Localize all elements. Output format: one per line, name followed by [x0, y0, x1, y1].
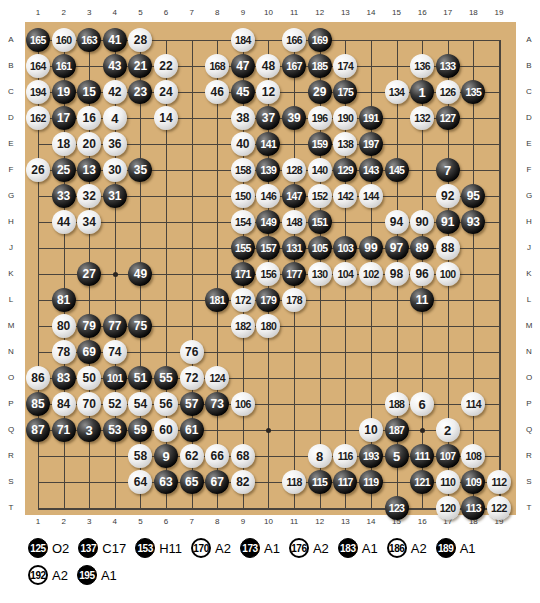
stone-number: 117 [338, 476, 353, 488]
stone-number: 75 [134, 319, 147, 333]
stone-white-56: 56 [154, 392, 178, 416]
row-label: M [3, 321, 19, 331]
board-point: 74 [102, 339, 128, 365]
row-label: B [3, 61, 19, 71]
stone-black-71: 71 [52, 418, 76, 442]
stone-white-124: 124 [205, 366, 229, 390]
stone-number: 89 [415, 241, 428, 255]
row-label: K [521, 269, 537, 279]
stone-white-18: 18 [52, 132, 76, 156]
stone-number: 91 [441, 215, 454, 229]
stone-black-157: 157 [256, 236, 280, 260]
stone-number: 17 [57, 111, 70, 125]
stone-number: 100 [440, 268, 456, 280]
stone-number: 175 [337, 86, 353, 98]
stone-number: 57 [185, 397, 198, 411]
stone-number: 22 [159, 59, 172, 73]
stone-number: 172 [235, 294, 251, 306]
stone-black-51: 51 [128, 366, 152, 390]
stone-white-24: 24 [154, 80, 178, 104]
stone-black-109: 109 [461, 470, 485, 494]
stone-number: 43 [108, 59, 121, 73]
row-label: R [3, 451, 19, 461]
stone-black-167: 167 [282, 54, 306, 78]
stone-white-118: 118 [282, 470, 306, 494]
board-point: 155 [230, 235, 256, 261]
board-point: 58 [128, 443, 154, 469]
board-point: 41 [102, 27, 128, 53]
stone-number: 90 [415, 215, 428, 229]
stone-black-127: 127 [436, 106, 460, 130]
stone-white-156: 156 [256, 262, 280, 286]
stone-black-81: 81 [52, 288, 76, 312]
stone-number: 196 [312, 112, 328, 124]
stone-number: 169 [312, 34, 328, 46]
caption-coordinate: A1 [460, 541, 476, 556]
board-point: 57 [179, 391, 205, 417]
stone-number: 178 [286, 294, 302, 306]
stone-number: 127 [440, 112, 456, 124]
stone-black-65: 65 [180, 470, 204, 494]
stone-number: 133 [440, 60, 456, 72]
caption-stone-186: 186 [387, 538, 407, 558]
row-label: R [521, 451, 537, 461]
col-label: 11 [284, 8, 304, 18]
stone-white-14: 14 [154, 106, 178, 130]
board-point: 127 [435, 105, 461, 131]
stone-number: 29 [313, 85, 326, 99]
board-point: 191 [358, 105, 384, 131]
stone-number: 116 [338, 450, 353, 462]
stone-white-26: 26 [26, 158, 50, 182]
caption-coordinate: O2 [52, 541, 69, 556]
stone-number: 32 [83, 189, 96, 203]
stone-number: 51 [134, 371, 147, 385]
board-point: 100 [435, 261, 461, 287]
stone-number: 166 [286, 34, 302, 46]
board-point: 179 [256, 287, 282, 313]
board-point: 17 [51, 105, 77, 131]
caption-item: 176A2 [289, 538, 329, 558]
row-label: F [3, 165, 19, 175]
caption-stone-153: 153 [135, 538, 155, 558]
caption-stone-125: 125 [28, 538, 48, 558]
stone-number: 85 [31, 397, 44, 411]
stone-number: 146 [261, 190, 277, 202]
stone-number: 190 [337, 112, 353, 124]
stone-black-197: 197 [359, 132, 383, 156]
stone-number: 174 [337, 60, 353, 72]
stone-number: 162 [30, 112, 46, 124]
stone-number: 46 [211, 85, 224, 99]
stone-number: 140 [312, 164, 328, 176]
caption-item: 192A2 [28, 565, 68, 585]
board-point: 102 [358, 261, 384, 287]
stone-white-70: 70 [77, 392, 101, 416]
row-label: N [521, 347, 537, 357]
stone-number: 147 [286, 190, 302, 202]
stone-black-41: 41 [103, 28, 127, 52]
board-point: 117 [333, 469, 359, 495]
board-point: 85 [25, 391, 51, 417]
stone-number: 139 [261, 164, 277, 176]
stone-white-134: 134 [385, 80, 409, 104]
stone-number: 25 [57, 163, 70, 177]
row-label: C [521, 87, 537, 97]
board-point: 23 [128, 79, 154, 105]
stone-number: 77 [108, 319, 121, 333]
stone-number: 94 [390, 215, 403, 229]
stone-white-66: 66 [205, 444, 229, 468]
stone-black-107: 107 [436, 444, 460, 468]
row-label: H [521, 217, 537, 227]
board-point: 16 [76, 105, 102, 131]
stone-black-57: 57 [180, 392, 204, 416]
caption-item: 189A1 [436, 538, 476, 558]
caption-coordinate: A1 [264, 541, 280, 556]
board-point: 82 [230, 469, 256, 495]
board-point: 76 [179, 339, 205, 365]
board-point: 138 [333, 131, 359, 157]
stone-white-190: 190 [333, 106, 357, 130]
stone-black-43: 43 [103, 54, 127, 78]
stone-black-93: 93 [461, 210, 485, 234]
stone-black-45: 45 [231, 80, 255, 104]
stone-number: 49 [134, 267, 147, 281]
board-point: 61 [179, 417, 205, 443]
stone-number: 182 [235, 320, 251, 332]
stone-number: 113 [466, 502, 481, 514]
board-point: 124 [204, 365, 230, 391]
stone-black-175: 175 [333, 80, 357, 104]
board-point: 141 [256, 131, 282, 157]
stone-white-32: 32 [77, 184, 101, 208]
board-point: 177 [281, 261, 307, 287]
stone-number: 5 [393, 449, 400, 464]
stone-number: 118 [287, 476, 302, 488]
stone-number: 70 [83, 397, 96, 411]
board-point: 166 [281, 27, 307, 53]
stone-white-76: 76 [180, 340, 204, 364]
board-point: 34 [76, 209, 102, 235]
stone-number: 58 [134, 449, 147, 463]
stone-number: 53 [108, 423, 121, 437]
board-point: 180 [256, 313, 282, 339]
stone-number: 106 [235, 398, 251, 410]
stone-number: 52 [108, 397, 121, 411]
stone-black-25: 25 [52, 158, 76, 182]
caption-coordinate: A2 [411, 541, 427, 556]
caption-item: 153H11 [135, 538, 182, 558]
stone-number: 86 [31, 371, 44, 385]
row-label: F [521, 165, 537, 175]
stone-black-165: 165 [26, 28, 50, 52]
board-point: 113 [461, 495, 487, 521]
row-label: O [521, 373, 537, 383]
stone-white-44: 44 [52, 210, 76, 234]
stone-number: 74 [108, 345, 121, 359]
stone-number: 24 [159, 85, 172, 99]
board-point: 99 [358, 235, 384, 261]
board-point: 128 [281, 157, 307, 183]
caption-item: 173A1 [240, 538, 280, 558]
stone-black-113: 113 [461, 496, 485, 520]
stone-black-11: 11 [410, 288, 434, 312]
stone-white-86: 86 [26, 366, 50, 390]
board-point: 108 [461, 443, 487, 469]
stone-number: 184 [235, 34, 251, 46]
stone-number: 101 [107, 372, 123, 384]
board-point: 93 [461, 209, 487, 235]
stone-white-116: 116 [333, 444, 357, 468]
board-point: 63 [153, 469, 179, 495]
stone-number: 35 [134, 163, 147, 177]
col-label: 5 [130, 8, 150, 18]
stone-black-39: 39 [282, 106, 306, 130]
stone-number: 61 [185, 423, 198, 437]
board-point: 53 [102, 417, 128, 443]
board-point: 164 [25, 53, 51, 79]
board-point: 59 [128, 417, 154, 443]
stone-white-80: 80 [52, 314, 76, 338]
board-point: 114 [461, 391, 487, 417]
stone-number: 9 [162, 449, 169, 464]
stone-number: 164 [30, 60, 46, 72]
stone-black-1: 1 [410, 80, 434, 104]
stone-white-166: 166 [282, 28, 306, 52]
stone-black-135: 135 [461, 80, 485, 104]
stone-number: 37 [262, 111, 275, 125]
stone-number: 157 [261, 242, 277, 254]
stone-number: 130 [312, 268, 328, 280]
stone-number: 161 [56, 60, 72, 72]
board-point: 104 [333, 261, 359, 287]
board-point: 81 [51, 287, 77, 313]
stone-number: 76 [185, 345, 198, 359]
stone-number: 150 [235, 190, 251, 202]
stone-number: 144 [363, 190, 379, 202]
stone-white-182: 182 [231, 314, 255, 338]
board-point: 121 [409, 469, 435, 495]
stone-number: 119 [363, 476, 378, 488]
stone-number: 149 [261, 216, 277, 228]
board-point: 67 [204, 469, 230, 495]
stone-number: 20 [83, 137, 96, 151]
stone-black-23: 23 [128, 80, 152, 104]
stone-black-89: 89 [410, 236, 434, 260]
stone-white-196: 196 [308, 106, 332, 130]
stone-number: 63 [159, 475, 172, 489]
stone-number: 31 [108, 189, 121, 203]
caption-item: 183A1 [338, 538, 378, 558]
stone-black-59: 59 [128, 418, 152, 442]
stone-white-142: 142 [333, 184, 357, 208]
stone-number: 120 [440, 502, 456, 514]
stone-white-100: 100 [436, 262, 460, 286]
stone-white-140: 140 [308, 158, 332, 182]
board-point: 40 [230, 131, 256, 157]
board-point: 182 [230, 313, 256, 339]
board-point: 188 [384, 391, 410, 417]
stone-white-96: 96 [410, 262, 434, 286]
stone-black-103: 103 [333, 236, 357, 260]
stone-black-185: 185 [308, 54, 332, 78]
board-point: 50 [76, 365, 102, 391]
stone-white-174: 174 [333, 54, 357, 78]
stone-white-136: 136 [410, 54, 434, 78]
board-point: 152 [307, 183, 333, 209]
stone-white-68: 68 [231, 444, 255, 468]
stone-number: 26 [31, 163, 44, 177]
stone-number: 80 [57, 319, 70, 333]
stone-white-74: 74 [103, 340, 127, 364]
row-label: B [521, 61, 537, 71]
stone-black-119: 119 [359, 470, 383, 494]
board-point: 145 [384, 157, 410, 183]
stone-number: 168 [209, 60, 225, 72]
stone-black-67: 67 [205, 470, 229, 494]
stone-black-123: 123 [385, 496, 409, 520]
board-point: 130 [307, 261, 333, 287]
stone-number: 129 [337, 164, 353, 176]
board-point: 39 [281, 105, 307, 131]
stone-white-144: 144 [359, 184, 383, 208]
board-point: 98 [384, 261, 410, 287]
board-point: 44 [51, 209, 77, 235]
stone-black-33: 33 [52, 184, 76, 208]
stone-black-145: 145 [385, 158, 409, 182]
stone-white-188: 188 [385, 392, 409, 416]
stone-number: 121 [414, 476, 430, 488]
caption-row: 125O2137C17153H11170A2173A1176A2183A1186… [28, 538, 528, 558]
board-point: 118 [281, 469, 307, 495]
stone-number: 128 [286, 164, 302, 176]
stone-white-138: 138 [333, 132, 357, 156]
stone-number: 69 [83, 345, 96, 359]
board-point: 116 [333, 443, 359, 469]
stone-white-164: 164 [26, 54, 50, 78]
row-label: N [3, 347, 19, 357]
board-point: 62 [179, 443, 205, 469]
stone-white-112: 112 [487, 470, 511, 494]
row-label: A [3, 35, 19, 45]
board-point: 54 [128, 391, 154, 417]
stone-white-114: 114 [461, 392, 485, 416]
stone-black-85: 85 [26, 392, 50, 416]
stone-number: 197 [363, 138, 379, 150]
stone-white-108: 108 [461, 444, 485, 468]
board-point: 87 [25, 417, 51, 443]
board-point: 193 [358, 443, 384, 469]
stone-white-6: 6 [410, 392, 434, 416]
stone-black-169: 169 [308, 28, 332, 52]
row-label: S [521, 477, 537, 487]
stone-black-13: 13 [77, 158, 101, 182]
col-label: 6 [156, 8, 176, 18]
stone-number: 60 [159, 423, 172, 437]
stone-white-160: 160 [52, 28, 76, 52]
board-point: 30 [102, 157, 128, 183]
stone-number: 45 [236, 85, 249, 99]
caption-coordinate: H11 [159, 541, 182, 556]
stone-black-111: 111 [410, 444, 434, 468]
board-point: 163 [76, 27, 102, 53]
board-point: 15 [76, 79, 102, 105]
row-label: E [521, 139, 537, 149]
stone-black-15: 15 [77, 80, 101, 104]
board-point: 45 [230, 79, 256, 105]
col-label: 9 [233, 8, 253, 18]
stone-white-178: 178 [282, 288, 306, 312]
row-label: D [521, 113, 537, 123]
caption-coordinate: A2 [52, 568, 68, 583]
board-point: 139 [256, 157, 282, 183]
caption-item: 186A2 [387, 538, 427, 558]
stone-number: 155 [235, 242, 251, 254]
stone-number: 96 [415, 267, 428, 281]
stone-number: 181 [209, 294, 225, 306]
stone-number: 65 [185, 475, 198, 489]
board-point: 75 [128, 313, 154, 339]
col-label: 18 [463, 8, 483, 18]
board-point: 83 [51, 365, 77, 391]
stone-black-79: 79 [77, 314, 101, 338]
board-point: 110 [435, 469, 461, 495]
stone-black-97: 97 [385, 236, 409, 260]
board-point: 151 [307, 209, 333, 235]
col-label: 4 [105, 8, 125, 18]
stone-number: 34 [83, 215, 96, 229]
stone-number: 92 [441, 189, 454, 203]
stone-number: 42 [108, 85, 121, 99]
board-point: 147 [281, 183, 307, 209]
row-label: T [3, 503, 19, 513]
stone-black-139: 139 [256, 158, 280, 182]
stone-black-147: 147 [282, 184, 306, 208]
stone-number: 8 [316, 449, 323, 464]
row-label: G [521, 191, 537, 201]
board-point: 38 [230, 105, 256, 131]
board-point: 14 [153, 105, 179, 131]
board-point: 49 [128, 261, 154, 287]
board-point: 129 [333, 157, 359, 183]
stone-white-132: 132 [410, 106, 434, 130]
stone-black-105: 105 [308, 236, 332, 260]
board-point: 1 [409, 79, 435, 105]
stone-white-92: 92 [436, 184, 460, 208]
stone-number: 23 [134, 85, 147, 99]
stone-number: 124 [209, 372, 225, 384]
stone-number: 156 [261, 268, 277, 280]
stone-black-27: 27 [77, 262, 101, 286]
row-label: L [521, 295, 537, 305]
stone-number: 115 [312, 476, 327, 488]
stone-white-42: 42 [103, 80, 127, 104]
stone-white-36: 36 [103, 132, 127, 156]
board-point: 80 [51, 313, 77, 339]
row-label: J [521, 243, 537, 253]
board-point: 19 [51, 79, 77, 105]
stone-black-21: 21 [128, 54, 152, 78]
stone-black-77: 77 [103, 314, 127, 338]
stone-number: 142 [337, 190, 353, 202]
col-label: 3 [79, 8, 99, 18]
col-label: 19 [489, 8, 509, 18]
stone-number: 185 [312, 60, 328, 72]
board-point: 109 [461, 469, 487, 495]
stone-white-60: 60 [154, 418, 178, 442]
stone-number: 18 [57, 137, 70, 151]
